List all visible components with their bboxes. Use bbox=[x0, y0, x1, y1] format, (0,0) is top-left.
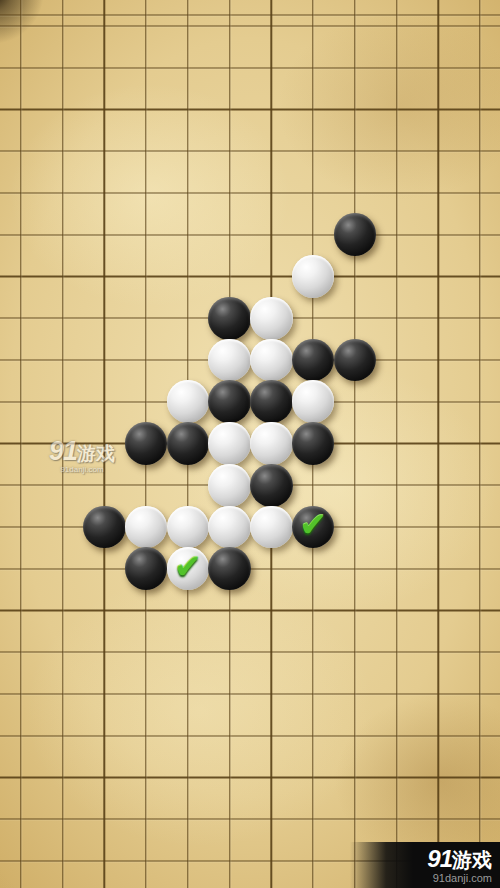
stone-white[interactable] bbox=[208, 464, 251, 507]
banner-logo: 91游戏 bbox=[350, 846, 492, 871]
stone-black[interactable] bbox=[292, 422, 335, 465]
stone-white[interactable] bbox=[250, 339, 293, 382]
stone-black[interactable] bbox=[167, 422, 210, 465]
watermark-logo-text: 游戏 bbox=[77, 443, 115, 464]
stone-white[interactable] bbox=[292, 255, 335, 298]
watermark-url: 91danji.com bbox=[36, 466, 128, 474]
stone-white-checked[interactable]: ✔ bbox=[167, 547, 210, 590]
stone-white[interactable] bbox=[167, 380, 210, 423]
stone-black[interactable] bbox=[208, 547, 251, 590]
stone-white[interactable] bbox=[250, 297, 293, 340]
gomoku-screenshot: ✔✔ 91游戏 91danji.com 91游戏 91danji.com bbox=[0, 0, 500, 888]
banner-91games: 91游戏 91danji.com bbox=[350, 842, 500, 888]
stone-black[interactable] bbox=[125, 422, 168, 465]
stone-black[interactable] bbox=[83, 506, 126, 549]
stone-white[interactable] bbox=[208, 422, 251, 465]
stone-white[interactable] bbox=[250, 506, 293, 549]
stone-white[interactable] bbox=[208, 339, 251, 382]
watermark-91games: 91游戏 91danji.com bbox=[36, 438, 128, 474]
stone-black[interactable] bbox=[250, 464, 293, 507]
banner-logo-number: 91 bbox=[427, 845, 452, 872]
stone-white[interactable] bbox=[250, 422, 293, 465]
stone-white[interactable] bbox=[167, 506, 210, 549]
stone-black[interactable] bbox=[334, 339, 377, 382]
stone-black[interactable] bbox=[334, 213, 377, 256]
banner-url: 91danji.com bbox=[350, 873, 492, 885]
stone-black[interactable] bbox=[250, 380, 293, 423]
stone-black[interactable] bbox=[208, 380, 251, 423]
watermark-logo-number: 91 bbox=[49, 436, 77, 466]
check-icon: ✔ bbox=[174, 550, 202, 583]
banner-logo-text: 游戏 bbox=[452, 849, 492, 871]
stone-black[interactable] bbox=[125, 547, 168, 590]
stone-white[interactable] bbox=[292, 380, 335, 423]
stone-black[interactable] bbox=[208, 297, 251, 340]
stone-white[interactable] bbox=[208, 506, 251, 549]
check-icon: ✔ bbox=[299, 508, 327, 541]
watermark-logo: 91游戏 bbox=[36, 438, 128, 465]
